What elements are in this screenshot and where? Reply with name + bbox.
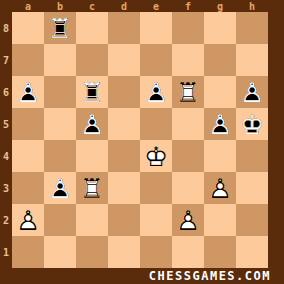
square-c1[interactable]	[76, 236, 108, 268]
black-pawn-a6[interactable]: ♟♙	[12, 76, 44, 108]
piece-detail-glyph: ♖	[172, 76, 204, 108]
black-rook-c6[interactable]: ♜♖	[76, 76, 108, 108]
rank-label-6: 6	[0, 76, 12, 108]
square-a6[interactable]: ♟♙	[12, 76, 44, 108]
square-h3[interactable]	[236, 172, 268, 204]
square-d2[interactable]	[108, 204, 140, 236]
square-e2[interactable]	[140, 204, 172, 236]
square-h5[interactable]: ♚♔	[236, 108, 268, 140]
white-rook-f6[interactable]: ♜♖	[172, 76, 204, 108]
white-king-e4[interactable]: ♚♔	[140, 140, 172, 172]
piece-glyph: ♜	[172, 76, 204, 108]
square-g8[interactable]	[204, 12, 236, 44]
square-d4[interactable]	[108, 140, 140, 172]
file-label-c: c	[76, 0, 108, 12]
piece-detail-glyph: ♖	[76, 76, 108, 108]
square-c6[interactable]: ♜♖	[76, 76, 108, 108]
square-g4[interactable]	[204, 140, 236, 172]
square-e3[interactable]	[140, 172, 172, 204]
square-g2[interactable]	[204, 204, 236, 236]
square-h2[interactable]	[236, 204, 268, 236]
piece-detail-glyph: ♖	[44, 12, 76, 44]
square-h6[interactable]: ♟♙	[236, 76, 268, 108]
square-e1[interactable]	[140, 236, 172, 268]
chess-diagram: abcdefgh 87654321 ♜♖♟♙♜♖♟♙♜♖♟♙♟♙♟♙♚♔♚♔♟♙…	[0, 0, 284, 284]
square-f3[interactable]	[172, 172, 204, 204]
rank-label-7: 7	[0, 44, 12, 76]
white-pawn-a2[interactable]: ♟♙	[12, 204, 44, 236]
square-g7[interactable]	[204, 44, 236, 76]
square-c4[interactable]	[76, 140, 108, 172]
rank-label-4: 4	[0, 140, 12, 172]
piece-glyph: ♟	[140, 76, 172, 108]
square-e7[interactable]	[140, 44, 172, 76]
piece-detail-glyph: ♔	[140, 140, 172, 172]
square-d6[interactable]	[108, 76, 140, 108]
square-b3[interactable]: ♟♙	[44, 172, 76, 204]
square-b5[interactable]	[44, 108, 76, 140]
square-f1[interactable]	[172, 236, 204, 268]
rank-label-5: 5	[0, 108, 12, 140]
file-label-h: h	[236, 0, 268, 12]
piece-detail-glyph: ♙	[236, 76, 268, 108]
chess-board[interactable]: ♜♖♟♙♜♖♟♙♜♖♟♙♟♙♟♙♚♔♚♔♟♙♜♖♟♙♟♙♟♙	[12, 12, 268, 268]
piece-glyph: ♜	[44, 12, 76, 44]
piece-glyph: ♜	[76, 76, 108, 108]
square-b4[interactable]	[44, 140, 76, 172]
square-e6[interactable]: ♟♙	[140, 76, 172, 108]
piece-detail-glyph: ♙	[12, 76, 44, 108]
square-a1[interactable]	[12, 236, 44, 268]
square-d7[interactable]	[108, 44, 140, 76]
watermark: CHESSGAMES.COM	[149, 269, 271, 283]
square-e4[interactable]: ♚♔	[140, 140, 172, 172]
square-b2[interactable]	[44, 204, 76, 236]
square-a7[interactable]	[12, 44, 44, 76]
square-b1[interactable]	[44, 236, 76, 268]
black-king-h5[interactable]: ♚♔	[236, 108, 268, 140]
black-pawn-b3[interactable]: ♟♙	[44, 172, 76, 204]
square-d5[interactable]	[108, 108, 140, 140]
square-d8[interactable]	[108, 12, 140, 44]
file-label-e: e	[140, 0, 172, 12]
piece-glyph: ♚	[140, 140, 172, 172]
square-d1[interactable]	[108, 236, 140, 268]
square-f2[interactable]: ♟♙	[172, 204, 204, 236]
rank-labels: 87654321	[0, 12, 12, 268]
piece-glyph: ♟	[12, 76, 44, 108]
piece-detail-glyph: ♙	[44, 172, 76, 204]
square-d3[interactable]	[108, 172, 140, 204]
square-e5[interactable]	[140, 108, 172, 140]
piece-glyph: ♚	[236, 108, 268, 140]
piece-glyph: ♜	[76, 172, 108, 204]
square-f8[interactable]	[172, 12, 204, 44]
square-h7[interactable]	[236, 44, 268, 76]
square-h8[interactable]	[236, 12, 268, 44]
square-c7[interactable]	[76, 44, 108, 76]
piece-glyph: ♟	[12, 204, 44, 236]
square-b7[interactable]	[44, 44, 76, 76]
black-pawn-h6[interactable]: ♟♙	[236, 76, 268, 108]
white-rook-c3[interactable]: ♜♖	[76, 172, 108, 204]
piece-glyph: ♟	[236, 76, 268, 108]
square-g5[interactable]: ♟♙	[204, 108, 236, 140]
square-a2[interactable]: ♟♙	[12, 204, 44, 236]
square-c2[interactable]	[76, 204, 108, 236]
square-c3[interactable]: ♜♖	[76, 172, 108, 204]
file-labels: abcdefgh	[12, 0, 268, 12]
black-rook-b8[interactable]: ♜♖	[44, 12, 76, 44]
square-c8[interactable]	[76, 12, 108, 44]
rank-label-1: 1	[0, 236, 12, 268]
black-pawn-e6[interactable]: ♟♙	[140, 76, 172, 108]
white-pawn-f2[interactable]: ♟♙	[172, 204, 204, 236]
piece-glyph: ♟	[76, 108, 108, 140]
black-pawn-g5[interactable]: ♟♙	[204, 108, 236, 140]
square-a8[interactable]	[12, 12, 44, 44]
rank-label-2: 2	[0, 204, 12, 236]
rank-label-3: 3	[0, 172, 12, 204]
square-c5[interactable]: ♟♙	[76, 108, 108, 140]
piece-detail-glyph: ♙	[204, 172, 236, 204]
piece-detail-glyph: ♙	[12, 204, 44, 236]
piece-glyph: ♟	[44, 172, 76, 204]
black-pawn-c5[interactable]: ♟♙	[76, 108, 108, 140]
piece-glyph: ♟	[172, 204, 204, 236]
square-f4[interactable]	[172, 140, 204, 172]
square-b8[interactable]: ♜♖	[44, 12, 76, 44]
piece-glyph: ♟	[204, 108, 236, 140]
square-a3[interactable]	[12, 172, 44, 204]
file-label-d: d	[108, 0, 140, 12]
file-label-g: g	[204, 0, 236, 12]
square-h4[interactable]	[236, 140, 268, 172]
piece-detail-glyph: ♙	[204, 108, 236, 140]
rank-label-8: 8	[0, 12, 12, 44]
square-a5[interactable]	[12, 108, 44, 140]
piece-detail-glyph: ♙	[172, 204, 204, 236]
square-f7[interactable]	[172, 44, 204, 76]
piece-glyph: ♟	[204, 172, 236, 204]
file-label-b: b	[44, 0, 76, 12]
piece-detail-glyph: ♔	[236, 108, 268, 140]
white-pawn-g3[interactable]: ♟♙	[204, 172, 236, 204]
square-b6[interactable]	[44, 76, 76, 108]
square-g1[interactable]	[204, 236, 236, 268]
square-f5[interactable]	[172, 108, 204, 140]
square-h1[interactable]	[236, 236, 268, 268]
square-e8[interactable]	[140, 12, 172, 44]
square-a4[interactable]	[12, 140, 44, 172]
piece-detail-glyph: ♙	[140, 76, 172, 108]
file-label-f: f	[172, 0, 204, 12]
file-label-a: a	[12, 0, 44, 12]
square-g3[interactable]: ♟♙	[204, 172, 236, 204]
square-g6[interactable]	[204, 76, 236, 108]
piece-detail-glyph: ♖	[76, 172, 108, 204]
piece-detail-glyph: ♙	[76, 108, 108, 140]
square-f6[interactable]: ♜♖	[172, 76, 204, 108]
